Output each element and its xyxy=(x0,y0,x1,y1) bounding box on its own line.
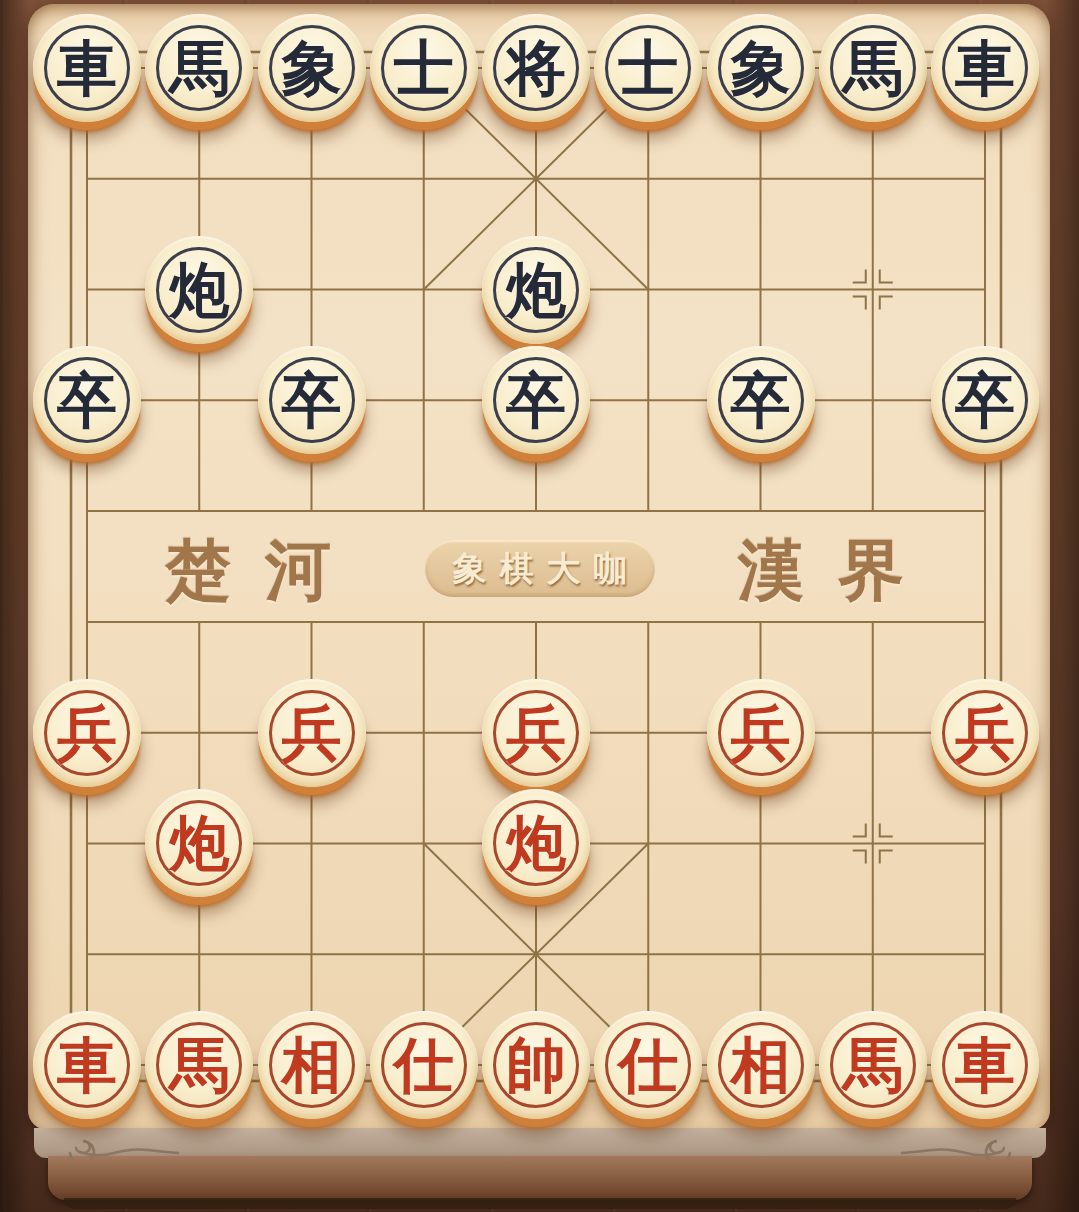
piece-black-soldier[interactable]: 卒 xyxy=(258,346,366,454)
piece-glyph: 卒 xyxy=(506,370,566,430)
piece-red-soldier[interactable]: 兵 xyxy=(707,679,815,787)
piece-glyph: 炮 xyxy=(169,260,229,320)
piece-glyph: 帥 xyxy=(506,1035,566,1095)
piece-glyph: 卒 xyxy=(57,370,117,430)
piece-glyph: 象 xyxy=(731,38,791,98)
piece-glyph: 卒 xyxy=(282,370,342,430)
river-label-chu: 楚河 xyxy=(115,524,395,616)
piece-glyph: 馬 xyxy=(843,38,903,98)
river-badge: 象棋大咖 xyxy=(425,540,655,597)
piece-red-soldier[interactable]: 兵 xyxy=(33,679,141,787)
piece-red-soldier[interactable]: 兵 xyxy=(931,679,1039,787)
piece-glyph: 馬 xyxy=(169,38,229,98)
cloud-scroll-icon xyxy=(894,1134,1024,1160)
piece-glyph: 士 xyxy=(618,38,678,98)
piece-black-soldier[interactable]: 卒 xyxy=(931,346,1039,454)
piece-glyph: 兵 xyxy=(282,703,342,763)
piece-glyph: 士 xyxy=(394,38,454,98)
piece-glyph: 兵 xyxy=(955,703,1015,763)
piece-glyph: 炮 xyxy=(506,260,566,320)
piece-glyph: 兵 xyxy=(57,703,117,763)
board-front-base-shadow xyxy=(64,1198,1016,1209)
board-front-wood-band xyxy=(48,1156,1032,1200)
piece-black-advisor[interactable]: 士 xyxy=(370,14,478,122)
piece-glyph: 兵 xyxy=(731,703,791,763)
piece-glyph: 将 xyxy=(506,38,566,98)
cloud-scroll-icon xyxy=(56,1134,186,1160)
piece-glyph: 馬 xyxy=(843,1035,903,1095)
piece-black-general[interactable]: 将 xyxy=(482,14,590,122)
piece-glyph: 炮 xyxy=(506,813,566,873)
piece-glyph: 車 xyxy=(955,38,1015,98)
piece-red-cannon[interactable]: 炮 xyxy=(145,789,253,897)
board-panel: 楚河 象棋大咖 漢界 xyxy=(28,4,1050,1130)
piece-black-chariot[interactable]: 車 xyxy=(931,14,1039,122)
piece-glyph: 車 xyxy=(57,1035,117,1095)
piece-glyph: 兵 xyxy=(506,703,566,763)
piece-black-cannon[interactable]: 炮 xyxy=(145,236,253,344)
piece-black-advisor[interactable]: 士 xyxy=(594,14,702,122)
piece-glyph: 卒 xyxy=(955,370,1015,430)
river-label-han: 漢界 xyxy=(688,524,968,616)
piece-black-soldier[interactable]: 卒 xyxy=(707,346,815,454)
piece-red-cannon[interactable]: 炮 xyxy=(482,789,590,897)
piece-black-elephant[interactable]: 象 xyxy=(258,14,366,122)
piece-red-elephant[interactable]: 相 xyxy=(707,1011,815,1119)
piece-glyph: 相 xyxy=(282,1035,342,1095)
piece-glyph: 炮 xyxy=(169,813,229,873)
piece-glyph: 馬 xyxy=(169,1035,229,1095)
piece-red-horse[interactable]: 馬 xyxy=(819,1011,927,1119)
piece-black-chariot[interactable]: 車 xyxy=(33,14,141,122)
piece-black-cannon[interactable]: 炮 xyxy=(482,236,590,344)
piece-red-elephant[interactable]: 相 xyxy=(258,1011,366,1119)
piece-glyph: 車 xyxy=(955,1035,1015,1095)
piece-black-horse[interactable]: 馬 xyxy=(145,14,253,122)
piece-black-horse[interactable]: 馬 xyxy=(819,14,927,122)
piece-red-advisor[interactable]: 仕 xyxy=(370,1011,478,1119)
piece-red-advisor[interactable]: 仕 xyxy=(594,1011,702,1119)
piece-glyph: 仕 xyxy=(394,1035,454,1095)
piece-black-soldier[interactable]: 卒 xyxy=(482,346,590,454)
piece-glyph: 車 xyxy=(57,38,117,98)
piece-black-soldier[interactable]: 卒 xyxy=(33,346,141,454)
piece-red-chariot[interactable]: 車 xyxy=(33,1011,141,1119)
piece-glyph: 相 xyxy=(731,1035,791,1095)
piece-black-elephant[interactable]: 象 xyxy=(707,14,815,122)
piece-red-chariot[interactable]: 車 xyxy=(931,1011,1039,1119)
piece-red-soldier[interactable]: 兵 xyxy=(258,679,366,787)
piece-red-general[interactable]: 帥 xyxy=(482,1011,590,1119)
piece-glyph: 卒 xyxy=(731,370,791,430)
piece-red-horse[interactable]: 馬 xyxy=(145,1011,253,1119)
wood-background: 楚河 象棋大咖 漢界 車馬象士将士象馬車炮炮卒卒卒卒卒兵兵兵兵兵炮炮車馬相仕帥仕… xyxy=(0,0,1079,1212)
piece-red-soldier[interactable]: 兵 xyxy=(482,679,590,787)
piece-glyph: 象 xyxy=(282,38,342,98)
piece-glyph: 仕 xyxy=(618,1035,678,1095)
